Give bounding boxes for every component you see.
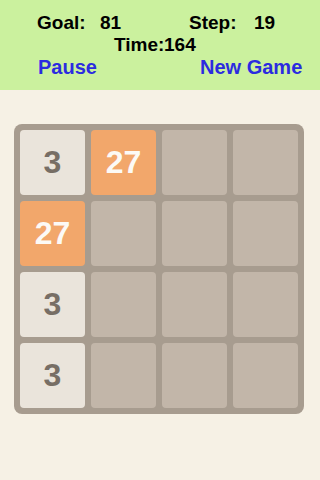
- board-cell: [162, 272, 227, 337]
- board-cell: [233, 130, 298, 195]
- board-cell: [162, 201, 227, 266]
- time-value: 164: [164, 34, 196, 56]
- step-label: Step:: [189, 12, 237, 34]
- board-cell: [162, 343, 227, 408]
- board-cell: [91, 272, 156, 337]
- game-screen: Goal: 81 Step: 19 Time: 164 Pause New Ga…: [0, 0, 320, 480]
- pause-button[interactable]: Pause: [38, 56, 97, 78]
- step-value: 19: [254, 12, 275, 34]
- board-cell: [91, 201, 156, 266]
- time-label: Time:: [114, 34, 164, 56]
- board-cell: [233, 201, 298, 266]
- new-game-button[interactable]: New Game: [200, 56, 302, 78]
- board-cell: [162, 130, 227, 195]
- board-cell: [233, 272, 298, 337]
- board-cell: [233, 343, 298, 408]
- goal-value: 81: [100, 12, 121, 34]
- board-cell: 27: [91, 130, 156, 195]
- board-grid[interactable]: 3 27 27 3 3: [14, 124, 304, 414]
- hud-panel: Goal: 81 Step: 19 Time: 164 Pause New Ga…: [0, 0, 320, 90]
- board-cell: 3: [20, 343, 85, 408]
- board-cell: 3: [20, 130, 85, 195]
- board-cell: 27: [20, 201, 85, 266]
- board-cell: 3: [20, 272, 85, 337]
- goal-label: Goal:: [37, 12, 86, 34]
- board-cell: [91, 343, 156, 408]
